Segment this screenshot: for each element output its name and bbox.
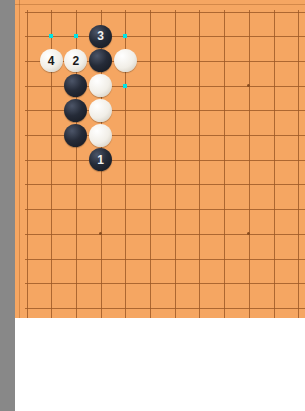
- stone-white[interactable]: 2: [64, 49, 87, 72]
- stone-black[interactable]: [64, 124, 87, 147]
- stone-white[interactable]: [114, 49, 137, 72]
- move-marker: [123, 34, 127, 38]
- stone-black[interactable]: 1: [89, 148, 112, 171]
- stone-white[interactable]: 4: [40, 49, 63, 72]
- app-screen: 3421 ↩: [15, 0, 305, 411]
- grid-line: [25, 283, 305, 284]
- star-point: [99, 232, 102, 235]
- move-number: 4: [48, 55, 55, 67]
- grid-line: [27, 10, 28, 318]
- stone-black[interactable]: [89, 49, 112, 72]
- grid-line: [25, 160, 305, 161]
- move-marker: [49, 34, 53, 38]
- move-number: 2: [73, 55, 80, 67]
- grid-line: [249, 10, 250, 318]
- move-marker: [123, 84, 127, 88]
- grid-line: [25, 36, 305, 37]
- move-number: 3: [97, 30, 104, 42]
- grid-line: [150, 10, 151, 318]
- go-board[interactable]: 3421: [15, 0, 305, 318]
- grid-line: [25, 12, 305, 13]
- grid-line: [199, 10, 200, 318]
- grid-line: [25, 209, 305, 210]
- star-point: [247, 84, 250, 87]
- move-number: 1: [97, 154, 104, 166]
- stone-white[interactable]: [89, 74, 112, 97]
- stone-black[interactable]: [64, 74, 87, 97]
- grid-line: [25, 308, 305, 309]
- star-point: [247, 232, 250, 235]
- board-edge-top: [15, 4, 305, 5]
- stone-black[interactable]: 3: [89, 25, 112, 48]
- grid-line: [224, 10, 225, 318]
- board-edge-left: [19, 0, 20, 318]
- grid-line: [25, 184, 305, 185]
- bottom-toolbar: ↩: [15, 318, 305, 411]
- grid-line: [298, 10, 299, 318]
- grid-line: [25, 259, 305, 260]
- stone-white[interactable]: [89, 124, 112, 147]
- grid-line: [274, 10, 275, 318]
- stone-white[interactable]: [89, 99, 112, 122]
- grid-line: [175, 10, 176, 318]
- stone-black[interactable]: [64, 99, 87, 122]
- grid-line: [25, 234, 305, 235]
- move-marker: [74, 34, 78, 38]
